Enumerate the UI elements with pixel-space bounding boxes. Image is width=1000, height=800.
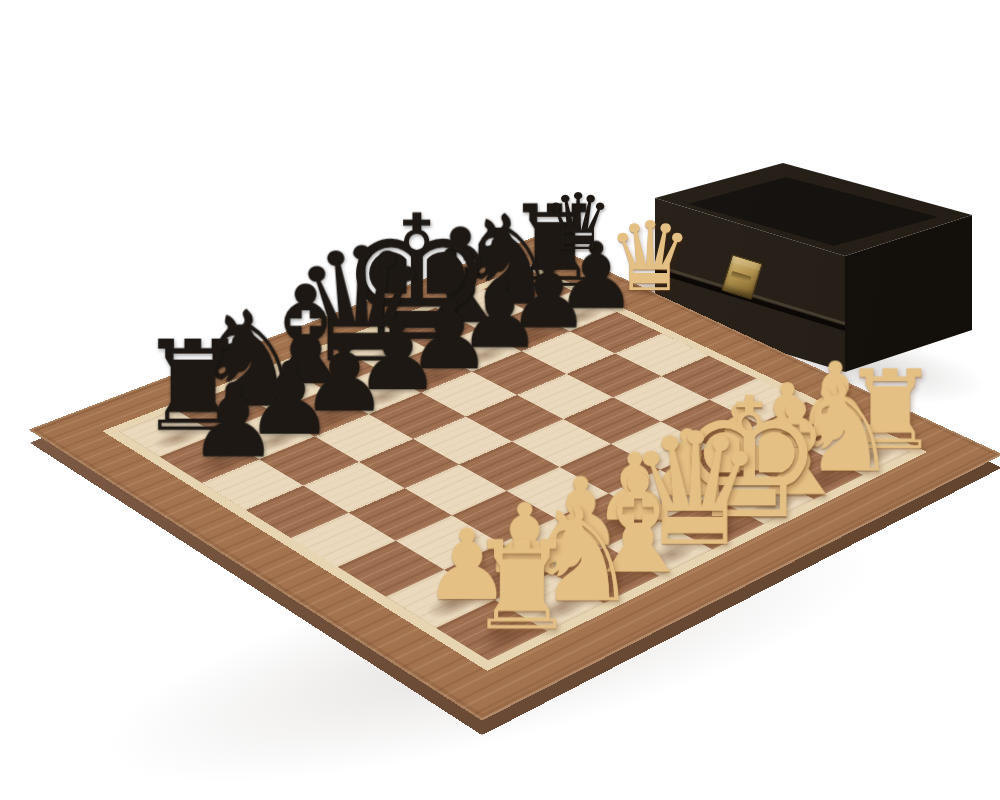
white-spare-queen: ♛ [580,209,720,305]
chess-board-squares: ♜♞♝♛♚♝♞♜♟♟♟♟♟♟♟♟♟♟♟♟♟♟♟♟♜♞♝♛♚♝♞♜ [102,264,927,671]
product-photo-scene: ♜♞♝♛♚♝♞♜♟♟♟♟♟♟♟♟♟♟♟♟♟♟♟♟♜♞♝♛♚♝♞♜ ♛ ♛ [0,0,1000,800]
chess-board: ♜♞♝♛♚♝♞♜♟♟♟♟♟♟♟♟♟♟♟♟♟♟♟♟♜♞♝♛♚♝♞♜ [29,237,1000,721]
board-3d-scene: ♜♞♝♛♚♝♞♜♟♟♟♟♟♟♟♟♟♟♟♟♟♟♟♟♜♞♝♛♚♝♞♜ [0,0,1000,800]
square-a1: ♜ [436,600,547,660]
black-pawn: ♟ [152,371,315,473]
white-rook: ♜ [431,526,612,648]
